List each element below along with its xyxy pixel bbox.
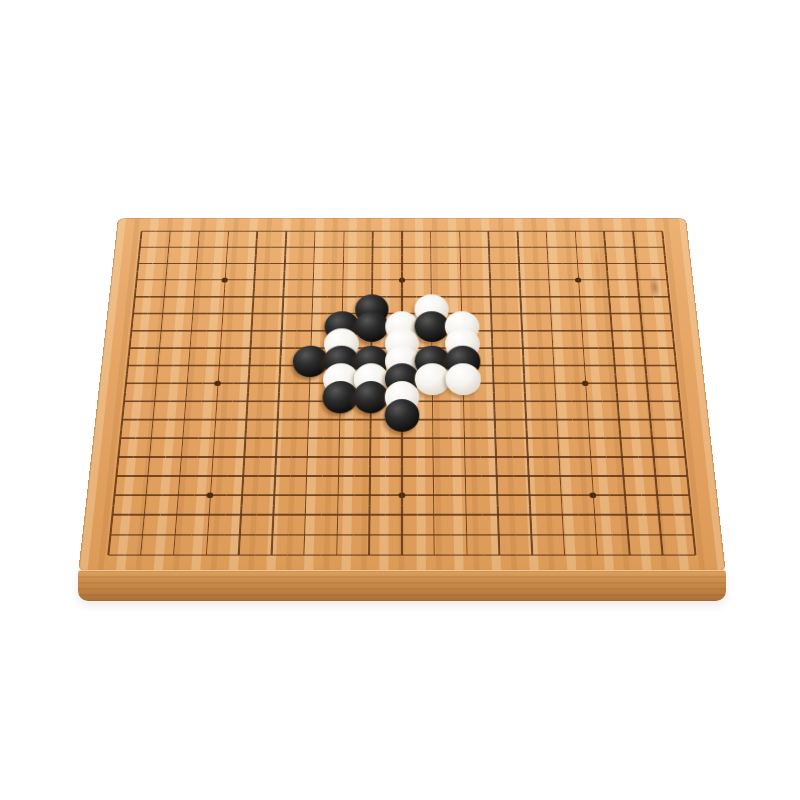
intersection-c14-r15[interactable] <box>512 467 545 486</box>
intersection-c2-r14[interactable] <box>133 448 166 467</box>
intersection-c3-r8[interactable] <box>174 339 206 356</box>
intersection-c16-r3[interactable] <box>562 255 592 271</box>
intersection-c2-r2[interactable] <box>154 239 185 255</box>
intersection-c9-r2[interactable] <box>358 239 387 255</box>
intersection-c14-r19[interactable] <box>516 545 550 565</box>
intersection-c5-r5[interactable] <box>238 288 269 305</box>
intersection-c13-r11[interactable] <box>479 392 510 410</box>
intersection-c12-r14[interactable] <box>449 448 481 467</box>
intersection-c13-r4[interactable] <box>475 272 505 289</box>
intersection-c15-r12[interactable] <box>541 411 573 429</box>
intersection-c18-r10[interactable] <box>631 374 663 392</box>
intersection-c6-r2[interactable] <box>271 239 301 255</box>
intersection-c14-r11[interactable] <box>509 392 541 410</box>
intersection-c6-r4[interactable] <box>269 272 299 289</box>
intersection-c17-r2[interactable] <box>590 239 620 255</box>
intersection-c15-r4[interactable] <box>534 272 564 289</box>
intersection-c17-r7[interactable] <box>597 322 628 339</box>
intersection-c14-r10[interactable] <box>509 374 540 392</box>
intersection-c5-r3[interactable] <box>240 255 270 271</box>
intersection-c14-r17[interactable] <box>514 505 547 525</box>
intersection-c7-r12[interactable] <box>293 411 325 429</box>
intersection-c7-r18[interactable] <box>288 525 321 545</box>
intersection-c17-r8[interactable] <box>598 339 630 356</box>
intersection-c11-r16[interactable] <box>418 486 450 505</box>
intersection-c1-r12[interactable] <box>106 411 139 429</box>
intersection-c11-r15[interactable] <box>418 467 450 486</box>
intersection-c3-r2[interactable] <box>183 239 213 255</box>
intersection-c19-r4[interactable] <box>652 272 683 289</box>
intersection-c1-r6[interactable] <box>117 305 149 322</box>
intersection-c8-r3[interactable] <box>328 255 358 271</box>
intersection-c7-r16[interactable] <box>290 486 323 505</box>
intersection-c6-r6[interactable] <box>267 305 298 322</box>
intersection-c13-r19[interactable] <box>483 545 516 565</box>
intersection-c14-r8[interactable] <box>507 339 538 356</box>
intersection-c10-r14[interactable] <box>386 448 418 467</box>
intersection-c12-r10[interactable] <box>448 374 479 392</box>
intersection-c4-r18[interactable] <box>191 525 225 545</box>
intersection-c13-r1[interactable] <box>474 223 503 239</box>
intersection-c5-r15[interactable] <box>227 467 260 486</box>
intersection-c9-r17[interactable] <box>353 505 385 525</box>
intersection-c19-r10[interactable] <box>662 374 694 392</box>
intersection-c2-r19[interactable] <box>124 545 158 565</box>
intersection-c18-r1[interactable] <box>618 223 648 239</box>
intersection-c16-r5[interactable] <box>564 288 595 305</box>
intersection-c17-r3[interactable] <box>592 255 623 271</box>
intersection-c16-r1[interactable] <box>560 223 590 239</box>
intersection-c8-r18[interactable] <box>321 525 354 545</box>
intersection-c18-r5[interactable] <box>624 288 655 305</box>
intersection-c5-r12[interactable] <box>230 411 262 429</box>
intersection-c10-r5[interactable] <box>387 288 417 305</box>
intersection-c16-r13[interactable] <box>573 429 606 448</box>
intersection-c14-r18[interactable] <box>515 525 548 545</box>
intersection-c17-r6[interactable] <box>595 305 626 322</box>
intersection-c17-r11[interactable] <box>602 392 634 410</box>
intersection-c13-r15[interactable] <box>481 467 513 486</box>
intersection-c3-r13[interactable] <box>166 429 199 448</box>
intersection-c5-r19[interactable] <box>222 545 256 565</box>
intersection-c19-r16[interactable] <box>672 486 706 505</box>
intersection-c3-r14[interactable] <box>165 448 198 467</box>
intersection-c15-r13[interactable] <box>542 429 574 448</box>
intersection-c5-r2[interactable] <box>241 239 271 255</box>
intersection-c3-r7[interactable] <box>176 322 207 339</box>
intersection-c1-r7[interactable] <box>115 322 147 339</box>
intersection-c16-r4[interactable] <box>563 272 594 289</box>
intersection-c1-r8[interactable] <box>114 339 146 356</box>
intersection-c6-r10[interactable] <box>263 374 294 392</box>
intersection-c8-r2[interactable] <box>329 239 358 255</box>
intersection-c10-r19[interactable] <box>385 545 418 565</box>
intersection-c5-r11[interactable] <box>232 392 264 410</box>
intersection-c18-r16[interactable] <box>640 486 674 505</box>
intersection-c14-r14[interactable] <box>512 448 544 467</box>
intersection-c1-r15[interactable] <box>100 467 134 486</box>
intersection-c19-r9[interactable] <box>660 357 692 375</box>
intersection-c5-r13[interactable] <box>229 429 261 448</box>
intersection-c7-r9[interactable] <box>295 357 326 375</box>
intersection-c8-r5[interactable] <box>327 288 357 305</box>
intersection-c12-r18[interactable] <box>450 525 483 545</box>
intersection-c15-r14[interactable] <box>543 448 576 467</box>
intersection-c13-r14[interactable] <box>480 448 512 467</box>
intersection-c12-r19[interactable] <box>451 545 484 565</box>
intersection-c6-r18[interactable] <box>256 525 289 545</box>
intersection-c2-r5[interactable] <box>149 288 180 305</box>
intersection-c16-r12[interactable] <box>572 411 604 429</box>
intersection-c9-r11[interactable] <box>355 392 386 410</box>
intersection-c13-r6[interactable] <box>476 305 506 322</box>
intersection-c13-r2[interactable] <box>474 239 504 255</box>
intersection-c9-r13[interactable] <box>355 429 386 448</box>
intersection-c6-r5[interactable] <box>268 288 298 305</box>
intersection-c17-r19[interactable] <box>613 545 647 565</box>
intersection-c6-r16[interactable] <box>258 486 291 505</box>
intersection-c16-r6[interactable] <box>566 305 597 322</box>
intersection-c4-r7[interactable] <box>206 322 237 339</box>
intersection-c19-r6[interactable] <box>655 305 687 322</box>
intersection-c11-r7[interactable] <box>417 322 447 339</box>
intersection-c17-r18[interactable] <box>612 525 646 545</box>
intersection-c11-r18[interactable] <box>418 525 451 545</box>
intersection-c14-r7[interactable] <box>507 322 538 339</box>
intersection-c1-r3[interactable] <box>123 255 154 271</box>
intersection-c5-r16[interactable] <box>226 486 259 505</box>
intersection-c3-r15[interactable] <box>163 467 196 486</box>
intersection-c1-r17[interactable] <box>95 505 129 525</box>
intersection-c2-r6[interactable] <box>147 305 178 322</box>
intersection-c11-r4[interactable] <box>417 272 447 289</box>
intersection-c3-r1[interactable] <box>184 223 214 239</box>
intersection-c7-r10[interactable] <box>294 374 325 392</box>
intersection-c13-r16[interactable] <box>481 486 514 505</box>
intersection-c11-r17[interactable] <box>418 505 450 525</box>
intersection-c6-r14[interactable] <box>260 448 292 467</box>
intersection-c3-r6[interactable] <box>177 305 208 322</box>
intersection-c17-r9[interactable] <box>599 357 631 375</box>
intersection-c11-r2[interactable] <box>416 239 445 255</box>
intersection-c13-r12[interactable] <box>479 411 511 429</box>
intersection-c17-r1[interactable] <box>589 223 619 239</box>
intersection-c2-r11[interactable] <box>139 392 172 410</box>
intersection-c4-r14[interactable] <box>196 448 229 467</box>
intersection-c11-r11[interactable] <box>417 392 448 410</box>
intersection-c4-r9[interactable] <box>203 357 235 375</box>
intersection-c1-r4[interactable] <box>121 272 152 289</box>
intersection-c12-r4[interactable] <box>446 272 476 289</box>
intersection-c5-r1[interactable] <box>242 223 272 239</box>
intersection-c1-r11[interactable] <box>108 392 141 410</box>
intersection-c9-r19[interactable] <box>353 545 386 565</box>
intersection-c19-r2[interactable] <box>648 239 679 255</box>
intersection-c18-r3[interactable] <box>621 255 652 271</box>
intersection-c18-r15[interactable] <box>639 467 672 486</box>
intersection-c3-r17[interactable] <box>160 505 194 525</box>
intersection-c7-r19[interactable] <box>287 545 320 565</box>
intersection-c9-r1[interactable] <box>358 223 387 239</box>
intersection-c19-r11[interactable] <box>663 392 696 410</box>
intersection-c2-r17[interactable] <box>128 505 162 525</box>
intersection-c2-r13[interactable] <box>135 429 168 448</box>
intersection-c8-r16[interactable] <box>322 486 354 505</box>
intersection-c16-r9[interactable] <box>569 357 601 375</box>
intersection-c2-r3[interactable] <box>152 255 183 271</box>
intersection-c14-r2[interactable] <box>503 239 533 255</box>
intersection-c1-r9[interactable] <box>112 357 144 375</box>
intersection-c4-r1[interactable] <box>213 223 243 239</box>
intersection-c4-r15[interactable] <box>195 467 228 486</box>
intersection-c11-r13[interactable] <box>417 429 448 448</box>
intersection-c7-r11[interactable] <box>294 392 325 410</box>
intersection-c4-r19[interactable] <box>189 545 223 565</box>
intersection-c4-r2[interactable] <box>212 239 242 255</box>
intersection-c6-r17[interactable] <box>257 505 290 525</box>
intersection-c19-r19[interactable] <box>678 545 713 565</box>
intersection-c13-r10[interactable] <box>478 374 509 392</box>
intersection-c6-r15[interactable] <box>259 467 292 486</box>
intersection-c15-r5[interactable] <box>535 288 566 305</box>
intersection-c5-r4[interactable] <box>239 272 269 289</box>
intersection-c10-r18[interactable] <box>386 525 418 545</box>
intersection-c15-r8[interactable] <box>538 339 569 356</box>
intersection-c2-r15[interactable] <box>131 467 164 486</box>
intersection-c16-r7[interactable] <box>567 322 598 339</box>
intersection-c9-r3[interactable] <box>358 255 387 271</box>
intersection-c6-r8[interactable] <box>265 339 296 356</box>
intersection-c8-r19[interactable] <box>320 545 353 565</box>
intersection-c1-r2[interactable] <box>125 239 156 255</box>
intersection-c5-r6[interactable] <box>237 305 268 322</box>
intersection-c12-r11[interactable] <box>448 392 479 410</box>
intersection-c5-r10[interactable] <box>233 374 265 392</box>
intersection-c12-r16[interactable] <box>450 486 482 505</box>
intersection-c19-r14[interactable] <box>669 448 702 467</box>
intersection-c10-r1[interactable] <box>387 223 416 239</box>
intersection-c3-r11[interactable] <box>170 392 202 410</box>
intersection-c12-r17[interactable] <box>450 505 483 525</box>
intersection-c18-r17[interactable] <box>642 505 676 525</box>
intersection-c12-r1[interactable] <box>445 223 474 239</box>
intersection-c17-r14[interactable] <box>606 448 639 467</box>
intersection-c14-r9[interactable] <box>508 357 539 375</box>
intersection-c3-r10[interactable] <box>171 374 203 392</box>
intersection-c17-r5[interactable] <box>594 288 625 305</box>
intersection-c4-r6[interactable] <box>207 305 238 322</box>
intersection-c5-r18[interactable] <box>223 525 257 545</box>
intersection-c14-r1[interactable] <box>503 223 533 239</box>
intersection-c15-r3[interactable] <box>533 255 563 271</box>
intersection-c4-r12[interactable] <box>199 411 231 429</box>
intersection-c1-r5[interactable] <box>119 288 150 305</box>
intersection-c19-r15[interactable] <box>670 467 704 486</box>
intersection-c13-r8[interactable] <box>477 339 508 356</box>
intersection-c13-r18[interactable] <box>483 525 516 545</box>
intersection-c11-r19[interactable] <box>418 545 451 565</box>
intersection-c10-r17[interactable] <box>386 505 418 525</box>
intersection-c15-r7[interactable] <box>537 322 568 339</box>
intersection-c16-r16[interactable] <box>577 486 610 505</box>
intersection-c8-r17[interactable] <box>321 505 354 525</box>
intersection-c15-r9[interactable] <box>538 357 569 375</box>
intersection-c8-r4[interactable] <box>328 272 358 289</box>
intersection-c2-r1[interactable] <box>155 223 185 239</box>
intersection-c18-r9[interactable] <box>629 357 661 375</box>
intersection-c11-r10[interactable] <box>417 374 448 392</box>
intersection-c18-r13[interactable] <box>636 429 669 448</box>
intersection-c7-r2[interactable] <box>300 239 330 255</box>
intersection-c6-r12[interactable] <box>262 411 294 429</box>
intersection-c7-r1[interactable] <box>300 223 329 239</box>
intersection-c7-r7[interactable] <box>296 322 327 339</box>
intersection-c14-r5[interactable] <box>505 288 535 305</box>
intersection-c11-r12[interactable] <box>417 411 448 429</box>
intersection-c17-r17[interactable] <box>610 505 644 525</box>
intersection-c7-r4[interactable] <box>298 272 328 289</box>
intersection-c3-r4[interactable] <box>180 272 211 289</box>
intersection-c18-r14[interactable] <box>637 448 670 467</box>
intersection-c19-r7[interactable] <box>656 322 688 339</box>
intersection-c15-r17[interactable] <box>546 505 579 525</box>
intersection-c14-r6[interactable] <box>506 305 537 322</box>
intersection-c14-r16[interactable] <box>513 486 546 505</box>
intersection-c5-r14[interactable] <box>228 448 261 467</box>
intersection-c13-r5[interactable] <box>476 288 506 305</box>
intersection-c19-r1[interactable] <box>647 223 678 239</box>
intersection-c16-r2[interactable] <box>561 239 591 255</box>
intersection-c19-r5[interactable] <box>653 288 684 305</box>
intersection-c18-r11[interactable] <box>632 392 665 410</box>
intersection-c12-r3[interactable] <box>446 255 476 271</box>
intersection-c17-r15[interactable] <box>607 467 640 486</box>
intersection-c1-r16[interactable] <box>98 486 132 505</box>
intersection-c12-r2[interactable] <box>445 239 474 255</box>
intersection-c19-r17[interactable] <box>674 505 708 525</box>
intersection-c18-r2[interactable] <box>619 239 650 255</box>
intersection-c17-r10[interactable] <box>600 374 632 392</box>
intersection-c18-r19[interactable] <box>646 545 680 565</box>
intersection-c13-r13[interactable] <box>480 429 512 448</box>
intersection-c14-r12[interactable] <box>510 411 542 429</box>
intersection-c12-r15[interactable] <box>449 467 481 486</box>
intersection-c14-r4[interactable] <box>505 272 535 289</box>
intersection-c3-r18[interactable] <box>158 525 192 545</box>
intersection-c11-r1[interactable] <box>416 223 445 239</box>
intersection-c18-r8[interactable] <box>628 339 660 356</box>
intersection-c7-r13[interactable] <box>292 429 324 448</box>
intersection-c2-r16[interactable] <box>130 486 164 505</box>
intersection-c3-r12[interactable] <box>168 411 201 429</box>
intersection-c11-r14[interactable] <box>418 448 450 467</box>
intersection-c12-r12[interactable] <box>448 411 479 429</box>
intersection-c12-r5[interactable] <box>446 288 476 305</box>
intersection-c7-r15[interactable] <box>291 467 323 486</box>
intersection-c5-r8[interactable] <box>235 339 266 356</box>
intersection-c1-r1[interactable] <box>126 223 157 239</box>
intersection-c16-r19[interactable] <box>581 545 615 565</box>
intersection-c18-r6[interactable] <box>625 305 656 322</box>
intersection-c18-r7[interactable] <box>626 322 658 339</box>
intersection-c17-r12[interactable] <box>603 411 636 429</box>
intersection-c10-r3[interactable] <box>387 255 416 271</box>
intersection-c2-r9[interactable] <box>142 357 174 375</box>
intersection-c9-r12[interactable] <box>355 411 386 429</box>
intersection-c7-r17[interactable] <box>289 505 322 525</box>
intersection-c9-r15[interactable] <box>354 467 386 486</box>
intersection-c10-r4[interactable] <box>387 272 417 289</box>
intersection-c3-r3[interactable] <box>182 255 213 271</box>
intersection-c4-r17[interactable] <box>192 505 225 525</box>
intersection-c18-r12[interactable] <box>634 411 667 429</box>
intersection-c2-r4[interactable] <box>151 272 182 289</box>
intersection-c4-r11[interactable] <box>201 392 233 410</box>
intersection-c16-r8[interactable] <box>568 339 599 356</box>
intersection-c3-r19[interactable] <box>156 545 190 565</box>
intersection-c7-r6[interactable] <box>297 305 327 322</box>
intersection-c17-r16[interactable] <box>609 486 642 505</box>
intersection-c6-r3[interactable] <box>270 255 300 271</box>
intersection-c10-r15[interactable] <box>386 467 418 486</box>
intersection-c2-r12[interactable] <box>137 411 170 429</box>
intersection-c13-r17[interactable] <box>482 505 515 525</box>
intersection-c8-r12[interactable] <box>324 411 355 429</box>
intersection-c6-r19[interactable] <box>255 545 289 565</box>
intersection-c13-r7[interactable] <box>477 322 508 339</box>
intersection-c15-r18[interactable] <box>547 525 581 545</box>
intersection-c17-r13[interactable] <box>604 429 637 448</box>
intersection-c16-r10[interactable] <box>570 374 602 392</box>
intersection-c7-r5[interactable] <box>298 288 328 305</box>
intersection-c18-r4[interactable] <box>622 272 653 289</box>
intersection-c15-r2[interactable] <box>532 239 562 255</box>
intersection-c19-r18[interactable] <box>676 525 710 545</box>
intersection-c16-r15[interactable] <box>576 467 609 486</box>
intersection-c6-r13[interactable] <box>261 429 293 448</box>
intersection-c8-r1[interactable] <box>329 223 358 239</box>
intersection-c10-r13[interactable] <box>386 429 417 448</box>
intersection-c5-r17[interactable] <box>224 505 257 525</box>
intersection-c4-r8[interactable] <box>205 339 236 356</box>
intersection-c14-r13[interactable] <box>511 429 543 448</box>
intersection-c11-r3[interactable] <box>416 255 445 271</box>
intersection-c2-r18[interactable] <box>126 525 160 545</box>
intersection-c19-r13[interactable] <box>667 429 700 448</box>
intersection-c15-r1[interactable] <box>532 223 562 239</box>
intersection-c9-r14[interactable] <box>354 448 386 467</box>
intersection-c9-r4[interactable] <box>358 272 388 289</box>
intersection-c4-r3[interactable] <box>211 255 241 271</box>
intersection-c15-r15[interactable] <box>544 467 577 486</box>
intersection-c9-r16[interactable] <box>354 486 386 505</box>
intersection-c16-r11[interactable] <box>571 392 603 410</box>
intersection-c9-r18[interactable] <box>353 525 386 545</box>
intersection-c4-r5[interactable] <box>208 288 239 305</box>
intersection-c19-r3[interactable] <box>650 255 681 271</box>
intersection-c19-r8[interactable] <box>658 339 690 356</box>
intersection-c13-r9[interactable] <box>478 357 509 375</box>
intersection-c2-r10[interactable] <box>140 374 172 392</box>
intersection-c15-r19[interactable] <box>548 545 582 565</box>
intersection-c2-r8[interactable] <box>144 339 176 356</box>
intersection-c15-r6[interactable] <box>536 305 567 322</box>
intersection-c10-r2[interactable] <box>387 239 416 255</box>
intersection-c16-r14[interactable] <box>574 448 607 467</box>
intersection-c18-r18[interactable] <box>644 525 678 545</box>
intersection-c3-r9[interactable] <box>173 357 205 375</box>
intersection-c10-r12[interactable] <box>386 411 417 429</box>
